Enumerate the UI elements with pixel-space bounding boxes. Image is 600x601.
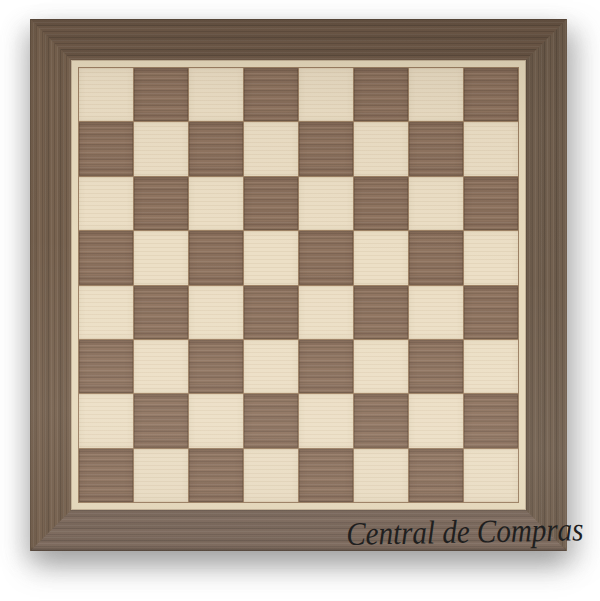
square-f5 (354, 231, 408, 284)
chess-board (78, 67, 519, 503)
square-f4 (354, 286, 408, 339)
square-h1 (464, 449, 518, 502)
product-photo: Central de Compras (0, 0, 600, 601)
board-inner-margin (71, 60, 526, 510)
square-h5 (464, 231, 518, 284)
square-e8 (299, 68, 353, 121)
square-g8 (409, 68, 463, 121)
square-a7 (79, 122, 133, 175)
square-d3 (244, 340, 298, 393)
square-a3 (79, 340, 133, 393)
square-e1 (299, 449, 353, 502)
square-e3 (299, 340, 353, 393)
square-b8 (134, 68, 188, 121)
square-c1 (189, 449, 243, 502)
square-b3 (134, 340, 188, 393)
square-h7 (464, 122, 518, 175)
square-d1 (244, 449, 298, 502)
square-c4 (189, 286, 243, 339)
square-b1 (134, 449, 188, 502)
square-b7 (134, 122, 188, 175)
square-h2 (464, 394, 518, 447)
square-c3 (189, 340, 243, 393)
square-b2 (134, 394, 188, 447)
square-e5 (299, 231, 353, 284)
square-d4 (244, 286, 298, 339)
square-a4 (79, 286, 133, 339)
square-d6 (244, 177, 298, 230)
square-e4 (299, 286, 353, 339)
square-b5 (134, 231, 188, 284)
square-h3 (464, 340, 518, 393)
square-d7 (244, 122, 298, 175)
square-d2 (244, 394, 298, 447)
chess-board-outer (30, 19, 567, 551)
square-g6 (409, 177, 463, 230)
square-h4 (464, 286, 518, 339)
square-e7 (299, 122, 353, 175)
square-a5 (79, 231, 133, 284)
square-d5 (244, 231, 298, 284)
square-a1 (79, 449, 133, 502)
square-c7 (189, 122, 243, 175)
square-b6 (134, 177, 188, 230)
square-b4 (134, 286, 188, 339)
square-f1 (354, 449, 408, 502)
watermark-text: Central de Compras (346, 513, 584, 551)
square-g5 (409, 231, 463, 284)
square-h8 (464, 68, 518, 121)
square-c2 (189, 394, 243, 447)
square-g3 (409, 340, 463, 393)
square-f3 (354, 340, 408, 393)
square-g4 (409, 286, 463, 339)
square-c8 (189, 68, 243, 121)
square-a8 (79, 68, 133, 121)
square-f8 (354, 68, 408, 121)
square-h6 (464, 177, 518, 230)
square-e6 (299, 177, 353, 230)
square-f2 (354, 394, 408, 447)
square-g7 (409, 122, 463, 175)
square-f6 (354, 177, 408, 230)
square-g2 (409, 394, 463, 447)
square-a2 (79, 394, 133, 447)
board-frame-top (30, 19, 567, 60)
square-c5 (189, 231, 243, 284)
board-frame-right (526, 19, 567, 551)
board-frame-left (30, 19, 71, 551)
square-g1 (409, 449, 463, 502)
square-f7 (354, 122, 408, 175)
square-a6 (79, 177, 133, 230)
square-d8 (244, 68, 298, 121)
square-e2 (299, 394, 353, 447)
square-c6 (189, 177, 243, 230)
